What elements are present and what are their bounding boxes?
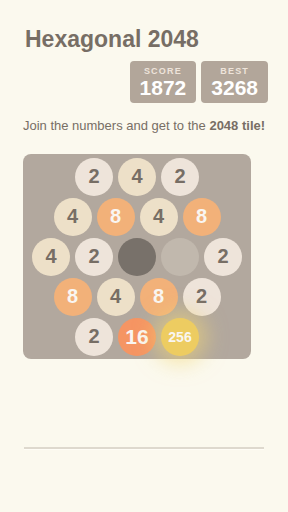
hex-row-1: 2 4 2 <box>23 157 251 197</box>
tile-2: 2 <box>161 158 199 196</box>
tile-256: 256 <box>161 318 199 356</box>
score-box: SCORE 1872 <box>130 61 197 103</box>
tile-16: 16 <box>118 318 156 356</box>
best-value: 3268 <box>211 77 258 99</box>
tile-4: 4 <box>97 278 135 316</box>
best-label: BEST <box>211 67 258 76</box>
scoreboard: SCORE 1872 BEST 3268 <box>0 61 268 103</box>
tile-2: 2 <box>75 238 113 276</box>
hex-row-2: 4 8 4 8 <box>23 197 251 237</box>
tile-4: 4 <box>54 198 92 236</box>
tile-4: 4 <box>32 238 70 276</box>
tile-4: 4 <box>118 158 156 196</box>
tile-8: 8 <box>140 278 178 316</box>
game-board[interactable]: 2 4 2 4 8 4 8 4 2 2 8 4 8 2 2 16 256 <box>23 154 251 359</box>
tile-2: 2 <box>75 318 113 356</box>
intro-text-goal: 2048 tile! <box>209 118 265 133</box>
tile-2: 2 <box>204 238 242 276</box>
score-label: SCORE <box>140 67 187 76</box>
blocked-tile <box>118 238 156 276</box>
score-value: 1872 <box>140 77 187 99</box>
intro-text: Join the numbers and get to the 2048 til… <box>0 118 288 133</box>
tile-8: 8 <box>54 278 92 316</box>
tile-8: 8 <box>183 198 221 236</box>
tile-2: 2 <box>75 158 113 196</box>
tile-2: 2 <box>183 278 221 316</box>
empty-cell <box>161 238 199 276</box>
hex-row-5: 2 16 256 <box>23 317 251 357</box>
tile-8: 8 <box>97 198 135 236</box>
tile-4: 4 <box>140 198 178 236</box>
app: Hexagonal 2048 SCORE 1872 BEST 3268 Join… <box>0 0 288 512</box>
best-box: BEST 3268 <box>201 61 268 103</box>
hex-row-4: 8 4 8 2 <box>23 277 251 317</box>
footer-divider <box>24 447 264 450</box>
page-title: Hexagonal 2048 <box>0 0 288 53</box>
hex-row-3: 4 2 2 <box>23 237 251 277</box>
intro-text-normal: Join the numbers and get to the <box>23 118 209 133</box>
